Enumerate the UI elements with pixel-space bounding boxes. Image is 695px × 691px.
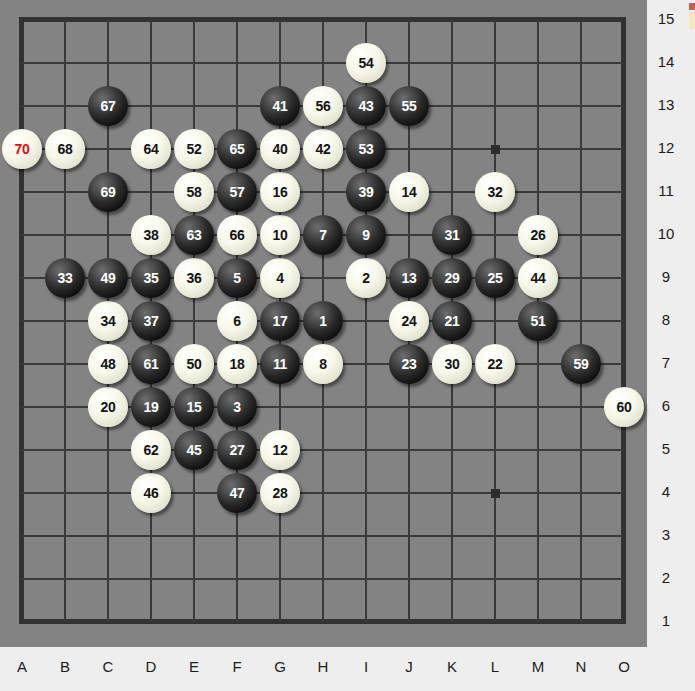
stone-C6[interactable]: 20 (88, 387, 128, 427)
stone-I9[interactable]: 2 (346, 258, 386, 298)
stone-C13[interactable]: 67 (88, 86, 128, 126)
stone-J9[interactable]: 13 (389, 258, 429, 298)
column-label-A: A (7, 658, 37, 675)
stone-F5[interactable]: 27 (217, 430, 257, 470)
stone-C11[interactable]: 69 (88, 172, 128, 212)
screen-edge-artifact (689, 12, 695, 29)
stone-H12[interactable]: 42 (303, 129, 343, 169)
stone-H10[interactable]: 7 (303, 215, 343, 255)
stone-E10[interactable]: 63 (174, 215, 214, 255)
stone-G5[interactable]: 12 (260, 430, 300, 470)
stone-H13[interactable]: 56 (303, 86, 343, 126)
stone-M8[interactable]: 51 (518, 301, 558, 341)
grid-line (580, 20, 582, 622)
stone-F6[interactable]: 3 (217, 387, 257, 427)
grid-line (494, 20, 496, 622)
row-label-15: 15 (650, 10, 682, 30)
stone-G11[interactable]: 16 (260, 172, 300, 212)
row-label-6: 6 (650, 397, 682, 417)
stone-L11[interactable]: 32 (475, 172, 515, 212)
column-label-E: E (179, 658, 209, 675)
stone-E5[interactable]: 45 (174, 430, 214, 470)
stone-L7[interactable]: 22 (475, 344, 515, 384)
stone-C9[interactable]: 49 (88, 258, 128, 298)
column-label-M: M (523, 658, 553, 675)
stone-F9[interactable]: 5 (217, 258, 257, 298)
row-label-7: 7 (650, 354, 682, 374)
stone-D4[interactable]: 46 (131, 473, 171, 513)
stone-K8[interactable]: 21 (432, 301, 472, 341)
go-board[interactable]: 1234567891011121314151617181920212223242… (0, 0, 647, 647)
stone-M10[interactable]: 26 (518, 215, 558, 255)
stone-E7[interactable]: 50 (174, 344, 214, 384)
star-point (491, 145, 500, 154)
stone-I12[interactable]: 53 (346, 129, 386, 169)
row-label-3: 3 (650, 526, 682, 546)
stone-G10[interactable]: 10 (260, 215, 300, 255)
column-label-D: D (136, 658, 166, 675)
stone-J7[interactable]: 23 (389, 344, 429, 384)
stone-F10[interactable]: 66 (217, 215, 257, 255)
column-label-B: B (50, 658, 80, 675)
row-label-8: 8 (650, 311, 682, 331)
row-label-9: 9 (650, 268, 682, 288)
column-label-C: C (93, 658, 123, 675)
stone-M9[interactable]: 44 (518, 258, 558, 298)
stone-L9[interactable]: 25 (475, 258, 515, 298)
stone-G12[interactable]: 40 (260, 129, 300, 169)
stone-D6[interactable]: 19 (131, 387, 171, 427)
stone-F11[interactable]: 57 (217, 172, 257, 212)
stone-F8[interactable]: 6 (217, 301, 257, 341)
stone-C8[interactable]: 34 (88, 301, 128, 341)
stone-E12[interactable]: 52 (174, 129, 214, 169)
stone-F7[interactable]: 18 (217, 344, 257, 384)
stone-F12[interactable]: 65 (217, 129, 257, 169)
stone-E6[interactable]: 15 (174, 387, 214, 427)
row-label-10: 10 (650, 225, 682, 245)
stone-I13[interactable]: 43 (346, 86, 386, 126)
go-game-viewer: 1234567891011121314151617181920212223242… (0, 0, 695, 691)
stone-K7[interactable]: 30 (432, 344, 472, 384)
stone-G4[interactable]: 28 (260, 473, 300, 513)
row-label-11: 11 (650, 182, 682, 202)
row-label-12: 12 (650, 139, 682, 159)
column-label-N: N (566, 658, 596, 675)
row-label-5: 5 (650, 440, 682, 460)
screen-edge-artifact (689, 3, 695, 10)
stone-E11[interactable]: 58 (174, 172, 214, 212)
stone-D10[interactable]: 38 (131, 215, 171, 255)
stone-G9[interactable]: 4 (260, 258, 300, 298)
stone-I14[interactable]: 54 (346, 43, 386, 83)
row-label-2: 2 (650, 569, 682, 589)
row-label-14: 14 (650, 53, 682, 73)
stone-J8[interactable]: 24 (389, 301, 429, 341)
column-label-H: H (308, 658, 338, 675)
stone-E9[interactable]: 36 (174, 258, 214, 298)
row-label-4: 4 (650, 483, 682, 503)
stone-K9[interactable]: 29 (432, 258, 472, 298)
stone-D7[interactable]: 61 (131, 344, 171, 384)
stone-C7[interactable]: 48 (88, 344, 128, 384)
stone-D8[interactable]: 37 (131, 301, 171, 341)
stone-I10[interactable]: 9 (346, 215, 386, 255)
stone-G8[interactable]: 17 (260, 301, 300, 341)
grid-line (21, 535, 623, 537)
column-label-J: J (394, 658, 424, 675)
stone-B9[interactable]: 33 (45, 258, 85, 298)
stone-N7[interactable]: 59 (561, 344, 601, 384)
column-label-O: O (609, 658, 639, 675)
stone-A12[interactable]: 70 (2, 129, 42, 169)
row-label-1: 1 (650, 612, 682, 632)
column-label-L: L (480, 658, 510, 675)
column-label-I: I (351, 658, 381, 675)
stone-J13[interactable]: 55 (389, 86, 429, 126)
stone-I11[interactable]: 39 (346, 172, 386, 212)
column-label-F: F (222, 658, 252, 675)
column-label-G: G (265, 658, 295, 675)
stone-F4[interactable]: 47 (217, 473, 257, 513)
grid-line (21, 492, 623, 494)
grid-line (21, 449, 623, 451)
stone-J11[interactable]: 14 (389, 172, 429, 212)
stone-H8[interactable]: 1 (303, 301, 343, 341)
stone-D12[interactable]: 64 (131, 129, 171, 169)
stone-G7[interactable]: 11 (260, 344, 300, 384)
star-point (491, 489, 500, 498)
stone-O6[interactable]: 60 (604, 387, 644, 427)
stone-K10[interactable]: 31 (432, 215, 472, 255)
stone-B12[interactable]: 68 (45, 129, 85, 169)
stone-D9[interactable]: 35 (131, 258, 171, 298)
stone-H7[interactable]: 8 (303, 344, 343, 384)
column-label-K: K (437, 658, 467, 675)
grid-line (21, 578, 623, 580)
stone-D5[interactable]: 62 (131, 430, 171, 470)
stone-G13[interactable]: 41 (260, 86, 300, 126)
row-label-13: 13 (650, 96, 682, 116)
